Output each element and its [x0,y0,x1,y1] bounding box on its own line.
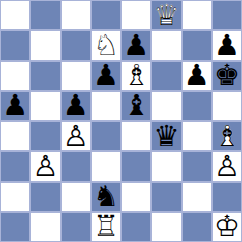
square-c3[interactable] [61,151,91,181]
black-king[interactable]: ♚ [214,61,240,90]
white-knight[interactable]: ♞♘ [93,31,119,60]
black-pawn-glyph: ♟ [2,91,28,121]
square-h2[interactable] [212,182,242,212]
square-h8[interactable] [212,0,242,30]
square-c8[interactable] [61,0,91,30]
square-b6[interactable] [30,61,60,91]
square-e3[interactable] [121,151,151,181]
square-d4[interactable] [91,121,121,151]
square-g1[interactable] [182,212,212,242]
square-c1[interactable] [61,212,91,242]
square-d6[interactable]: ♟ [91,61,121,91]
square-b5[interactable] [30,91,60,121]
white-bishop[interactable]: ♝♗ [123,61,149,90]
square-h6[interactable]: ♚ [212,61,242,91]
square-c7[interactable] [61,30,91,60]
square-a6[interactable] [0,61,30,91]
square-a7[interactable] [0,30,30,60]
square-e1[interactable] [121,212,151,242]
square-c5[interactable]: ♟ [61,91,91,121]
white-pawn-glyph: ♙ [32,151,58,181]
square-d2[interactable]: ♞ [91,182,121,212]
white-king[interactable]: ♚♔ [214,212,240,241]
white-bishop-glyph: ♗ [123,61,149,91]
white-rook[interactable]: ♜♖ [93,212,119,241]
square-a8[interactable] [0,0,30,30]
black-pawn-glyph: ♟ [214,30,240,60]
black-pawn[interactable]: ♟ [214,31,240,60]
black-pawn-glyph: ♟ [123,30,149,60]
square-b8[interactable] [30,0,60,30]
square-f2[interactable] [151,182,181,212]
square-e2[interactable] [121,182,151,212]
square-g7[interactable] [182,30,212,60]
square-h5[interactable] [212,91,242,121]
black-queen-glyph: ♛ [153,121,179,151]
square-d5[interactable] [91,91,121,121]
white-queen[interactable]: ♛♕ [153,1,179,30]
square-g8[interactable] [182,0,212,30]
square-b7[interactable] [30,30,60,60]
square-g2[interactable] [182,182,212,212]
black-bishop-glyph: ♝ [123,91,149,121]
white-pawn[interactable]: ♟♙ [214,152,240,181]
square-g5[interactable] [182,91,212,121]
square-a4[interactable] [0,121,30,151]
black-pawn-glyph: ♟ [184,61,210,91]
black-knight-glyph: ♞ [93,182,119,212]
square-a2[interactable] [0,182,30,212]
square-f5[interactable] [151,91,181,121]
square-h7[interactable]: ♟ [212,30,242,60]
square-f7[interactable] [151,30,181,60]
black-pawn[interactable]: ♟ [184,61,210,90]
square-d3[interactable] [91,151,121,181]
square-e7[interactable]: ♟ [121,30,151,60]
square-e4[interactable] [121,121,151,151]
white-bishop[interactable]: ♝♗ [214,122,240,151]
square-d8[interactable] [91,0,121,30]
black-pawn-glyph: ♟ [93,61,119,91]
black-pawn[interactable]: ♟ [63,91,89,120]
square-h1[interactable]: ♚♔ [212,212,242,242]
square-b3[interactable]: ♟♙ [30,151,60,181]
square-f4[interactable]: ♛ [151,121,181,151]
square-g6[interactable]: ♟ [182,61,212,91]
square-e6[interactable]: ♝♗ [121,61,151,91]
square-b4[interactable] [30,121,60,151]
black-pawn[interactable]: ♟ [93,61,119,90]
square-c2[interactable] [61,182,91,212]
black-knight[interactable]: ♞ [93,182,119,211]
white-pawn[interactable]: ♟♙ [32,152,58,181]
square-f1[interactable] [151,212,181,242]
white-pawn-glyph: ♙ [63,121,89,151]
square-e8[interactable] [121,0,151,30]
black-queen[interactable]: ♛ [153,122,179,151]
black-king-glyph: ♚ [214,61,240,91]
square-f6[interactable] [151,61,181,91]
square-a1[interactable] [0,212,30,242]
black-pawn[interactable]: ♟ [123,31,149,60]
black-pawn-glyph: ♟ [63,91,89,121]
white-queen-glyph: ♕ [153,0,179,30]
black-pawn[interactable]: ♟ [2,91,28,120]
square-c4[interactable]: ♟♙ [61,121,91,151]
square-b1[interactable] [30,212,60,242]
white-rook-glyph: ♖ [93,212,119,242]
square-a5[interactable]: ♟ [0,91,30,121]
black-bishop[interactable]: ♝ [123,91,149,120]
square-a3[interactable] [0,151,30,181]
square-c6[interactable] [61,61,91,91]
square-h4[interactable]: ♝♗ [212,121,242,151]
square-h3[interactable]: ♟♙ [212,151,242,181]
white-king-glyph: ♔ [214,212,240,242]
square-d7[interactable]: ♞♘ [91,30,121,60]
square-g3[interactable] [182,151,212,181]
square-g4[interactable] [182,121,212,151]
white-pawn-glyph: ♙ [214,151,240,181]
square-f3[interactable] [151,151,181,181]
square-d1[interactable]: ♜♖ [91,212,121,242]
white-knight-glyph: ♘ [93,30,119,60]
white-bishop-glyph: ♗ [214,121,240,151]
white-pawn[interactable]: ♟♙ [63,122,89,151]
chess-board: ♛♕♞♘♟♟♟♝♗♟♚♟♟♝♟♙♛♝♗♟♙♟♙♞♜♖♚♔ [0,0,242,242]
square-f8[interactable]: ♛♕ [151,0,181,30]
square-b2[interactable] [30,182,60,212]
square-e5[interactable]: ♝ [121,91,151,121]
